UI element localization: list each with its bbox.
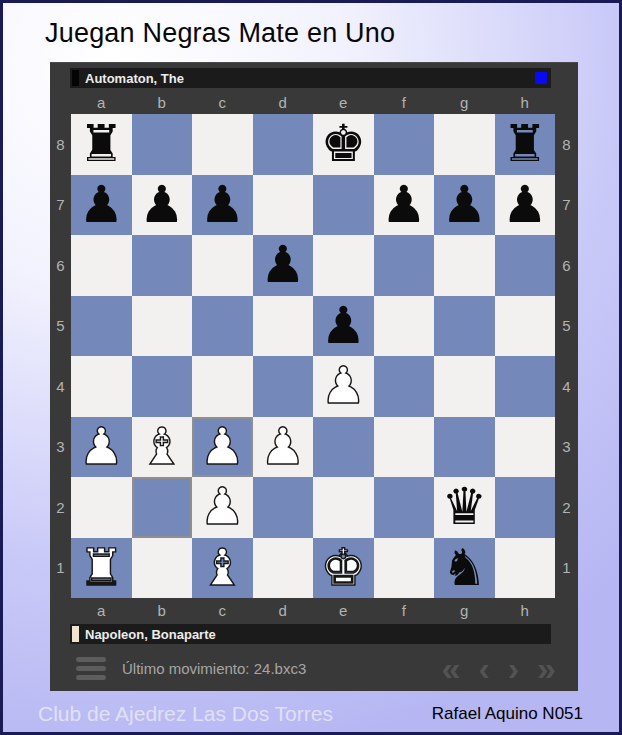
ranks-col-right: 87654321 — [555, 114, 578, 598]
rank-label-2: 2 — [555, 477, 578, 538]
rank-label-4: 4 — [50, 356, 71, 417]
square-c3[interactable]: ♟ — [192, 417, 253, 478]
black-pawn-g7[interactable]: ♟ — [441, 176, 487, 234]
file-label-e: e — [313, 599, 374, 622]
square-h1[interactable] — [495, 538, 556, 599]
square-e2[interactable] — [313, 477, 374, 538]
square-f1[interactable] — [374, 538, 435, 599]
black-pawn-d6[interactable]: ♟ — [260, 236, 306, 294]
square-c1[interactable]: ♝ — [192, 538, 253, 599]
square-a6[interactable] — [71, 235, 132, 296]
square-h5[interactable] — [495, 296, 556, 357]
file-label-b: b — [132, 91, 193, 114]
controls-bar: Último movimiento: 24.bxc3 « ‹ › » — [70, 646, 558, 690]
square-e4[interactable]: ♟ — [313, 356, 374, 417]
rank-label-6: 6 — [555, 235, 578, 296]
footer: Club de Ajedrez Las Dos Torres Rafael Aq… — [38, 698, 583, 730]
player-name-bottom: Napoleon, Bonaparte — [85, 627, 216, 642]
black-pawn-f7[interactable]: ♟ — [381, 176, 427, 234]
square-a8[interactable]: ♜ — [71, 114, 132, 175]
square-g1[interactable]: ♞ — [434, 538, 495, 599]
white-pawn-d3[interactable]: ♟ — [260, 418, 306, 476]
file-label-f: f — [374, 599, 435, 622]
white-pawn-c3[interactable]: ♟ — [199, 418, 245, 476]
rank-label-5: 5 — [50, 296, 71, 357]
square-d3[interactable]: ♟ — [253, 417, 314, 478]
square-e5[interactable]: ♟ — [313, 296, 374, 357]
page-title: Juegan Negras Mate en Uno — [45, 18, 395, 49]
square-c6[interactable] — [192, 235, 253, 296]
black-king-e8[interactable]: ♚ — [320, 115, 366, 173]
rank-label-7: 7 — [555, 175, 578, 236]
white-rook-a1[interactable]: ♜ — [78, 539, 124, 597]
square-h2[interactable] — [495, 477, 556, 538]
square-h3[interactable] — [495, 417, 556, 478]
square-b5[interactable] — [132, 296, 193, 357]
menu-icon[interactable] — [76, 657, 106, 680]
square-e3[interactable] — [313, 417, 374, 478]
square-b7[interactable]: ♟ — [132, 175, 193, 236]
square-f8[interactable] — [374, 114, 435, 175]
white-color-tag — [72, 626, 79, 642]
square-e8[interactable]: ♚ — [313, 114, 374, 175]
blue-indicator — [535, 72, 547, 84]
square-g7[interactable]: ♟ — [434, 175, 495, 236]
square-c2[interactable]: ♟ — [192, 477, 253, 538]
file-label-c: c — [192, 599, 253, 622]
rank-label-3: 3 — [50, 417, 71, 478]
rank-label-3: 3 — [555, 417, 578, 478]
rank-label-8: 8 — [555, 114, 578, 175]
square-g3[interactable] — [434, 417, 495, 478]
square-f5[interactable] — [374, 296, 435, 357]
square-d1[interactable] — [253, 538, 314, 599]
square-d4[interactable] — [253, 356, 314, 417]
black-pawn-c7[interactable]: ♟ — [199, 176, 245, 234]
prev-move-button[interactable]: ‹ — [476, 651, 491, 685]
last-move-text: Último movimiento: 24.bxc3 — [122, 660, 306, 677]
square-e1[interactable]: ♚ — [313, 538, 374, 599]
square-c8[interactable] — [192, 114, 253, 175]
square-g6[interactable] — [434, 235, 495, 296]
square-d2[interactable] — [253, 477, 314, 538]
square-e7[interactable] — [313, 175, 374, 236]
last-move-button[interactable]: » — [535, 651, 558, 685]
rank-label-5: 5 — [555, 296, 578, 357]
square-h4[interactable] — [495, 356, 556, 417]
square-f7[interactable]: ♟ — [374, 175, 435, 236]
file-label-a: a — [71, 91, 132, 114]
author-credit: Rafael Aquino N051 — [432, 704, 583, 724]
black-pawn-b7[interactable]: ♟ — [139, 176, 185, 234]
square-d5[interactable] — [253, 296, 314, 357]
square-f6[interactable] — [374, 235, 435, 296]
file-label-h: h — [495, 91, 556, 114]
black-pawn-h7[interactable]: ♟ — [502, 176, 548, 234]
file-label-g: g — [434, 599, 495, 622]
file-label-h: h — [495, 599, 556, 622]
square-b3[interactable]: ♝ — [132, 417, 193, 478]
square-a4[interactable] — [71, 356, 132, 417]
square-h6[interactable] — [495, 235, 556, 296]
square-g8[interactable] — [434, 114, 495, 175]
square-a2[interactable] — [71, 477, 132, 538]
square-h8[interactable]: ♜ — [495, 114, 556, 175]
square-a5[interactable] — [71, 296, 132, 357]
square-c5[interactable] — [192, 296, 253, 357]
white-bishop-c1[interactable]: ♝ — [199, 539, 245, 597]
files-row-bottom: abcdefgh — [71, 599, 555, 622]
file-label-b: b — [132, 599, 193, 622]
white-bishop-b3[interactable]: ♝ — [139, 418, 185, 476]
white-pawn-c2[interactable]: ♟ — [199, 478, 245, 536]
rank-label-2: 2 — [50, 477, 71, 538]
square-g4[interactable] — [434, 356, 495, 417]
file-label-a: a — [71, 599, 132, 622]
square-f4[interactable] — [374, 356, 435, 417]
square-d6[interactable]: ♟ — [253, 235, 314, 296]
black-queen-g2[interactable]: ♛ — [441, 478, 487, 536]
white-pawn-e4[interactable]: ♟ — [320, 357, 366, 415]
club-watermark: Club de Ajedrez Las Dos Torres — [38, 702, 333, 726]
next-move-button[interactable]: › — [506, 651, 521, 685]
player-name-top: Automaton, The — [85, 71, 184, 86]
square-a1[interactable]: ♜ — [71, 538, 132, 599]
black-pawn-a7[interactable]: ♟ — [78, 176, 124, 234]
chess-app-window: Automaton, The abcdefgh 87654321 ♜♚♜♟♟♟♟… — [50, 62, 578, 691]
file-label-f: f — [374, 91, 435, 114]
black-color-tag — [72, 70, 79, 86]
rank-label-1: 1 — [50, 538, 71, 599]
square-a3[interactable]: ♟ — [71, 417, 132, 478]
files-row-top: abcdefgh — [71, 91, 555, 114]
rank-label-4: 4 — [555, 356, 578, 417]
square-e6[interactable] — [313, 235, 374, 296]
rank-label-7: 7 — [50, 175, 71, 236]
file-label-d: d — [253, 91, 314, 114]
black-rook-h8[interactable]: ♜ — [502, 115, 548, 173]
black-pawn-e5[interactable]: ♟ — [320, 297, 366, 355]
player-bar-top: Automaton, The — [70, 68, 551, 88]
square-b8[interactable] — [132, 114, 193, 175]
player-bar-bottom: Napoleon, Bonaparte — [70, 624, 551, 644]
nav-buttons: « ‹ › » — [440, 651, 559, 685]
square-b1[interactable] — [132, 538, 193, 599]
square-d7[interactable] — [253, 175, 314, 236]
square-b6[interactable] — [132, 235, 193, 296]
page: Juegan Negras Mate en Uno Automaton, The… — [0, 0, 622, 735]
rank-label-8: 8 — [50, 114, 71, 175]
file-label-e: e — [313, 91, 374, 114]
white-pawn-a3[interactable]: ♟ — [78, 418, 124, 476]
board: ♜♚♜♟♟♟♟♟♟♟♟♟♟♝♟♟♟♛♜♝♚♞ — [71, 114, 555, 598]
ranks-col-left: 87654321 — [50, 114, 71, 598]
square-a7[interactable]: ♟ — [71, 175, 132, 236]
square-d8[interactable] — [253, 114, 314, 175]
file-label-c: c — [192, 91, 253, 114]
rank-label-1: 1 — [555, 538, 578, 599]
first-move-button[interactable]: « — [440, 651, 463, 685]
white-king-e1[interactable]: ♚ — [320, 539, 366, 597]
black-knight-g1[interactable]: ♞ — [441, 539, 487, 597]
square-h7[interactable]: ♟ — [495, 175, 556, 236]
rank-label-6: 6 — [50, 235, 71, 296]
black-rook-a8[interactable]: ♜ — [78, 115, 124, 173]
square-g2[interactable]: ♛ — [434, 477, 495, 538]
square-f2[interactable] — [374, 477, 435, 538]
square-f3[interactable] — [374, 417, 435, 478]
square-b4[interactable] — [132, 356, 193, 417]
square-c7[interactable]: ♟ — [192, 175, 253, 236]
file-label-g: g — [434, 91, 495, 114]
square-b2[interactable] — [132, 477, 193, 538]
square-c4[interactable] — [192, 356, 253, 417]
file-label-d: d — [253, 599, 314, 622]
square-g5[interactable] — [434, 296, 495, 357]
